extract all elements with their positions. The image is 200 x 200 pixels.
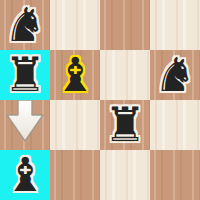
square-r1c3[interactable]: ♞ (150, 50, 200, 100)
black-knight-piece[interactable]: ♞ (0, 0, 50, 50)
square-r3c2[interactable] (100, 150, 150, 200)
square-r0c0[interactable]: ♞ (0, 0, 50, 50)
black-knight-piece[interactable]: ♞ (150, 50, 200, 100)
square-r0c2[interactable] (100, 0, 150, 50)
square-r2c2[interactable]: ♜ (100, 100, 150, 150)
chess-board: ♞♜♝♞♜♝ (0, 0, 200, 200)
square-r1c0[interactable]: ♜ (0, 50, 50, 100)
square-r3c1[interactable] (50, 150, 100, 200)
square-r3c0[interactable]: ♝ (0, 150, 50, 200)
square-r0c3[interactable] (150, 0, 200, 50)
black-bishop-piece[interactable]: ♝ (0, 150, 50, 200)
square-r1c2[interactable] (100, 50, 150, 100)
black-rook-piece[interactable]: ♜ (100, 100, 150, 150)
black-bishop-piece[interactable]: ♝ (50, 50, 100, 100)
square-r2c3[interactable] (150, 100, 200, 150)
square-r1c1[interactable]: ♝ (50, 50, 100, 100)
square-r2c1[interactable] (50, 100, 100, 150)
square-r2c0[interactable] (0, 100, 50, 150)
square-r0c1[interactable] (50, 0, 100, 50)
black-rook-piece[interactable]: ♜ (0, 50, 50, 100)
move-down-arrow-icon (0, 100, 50, 150)
square-r3c3[interactable] (150, 150, 200, 200)
